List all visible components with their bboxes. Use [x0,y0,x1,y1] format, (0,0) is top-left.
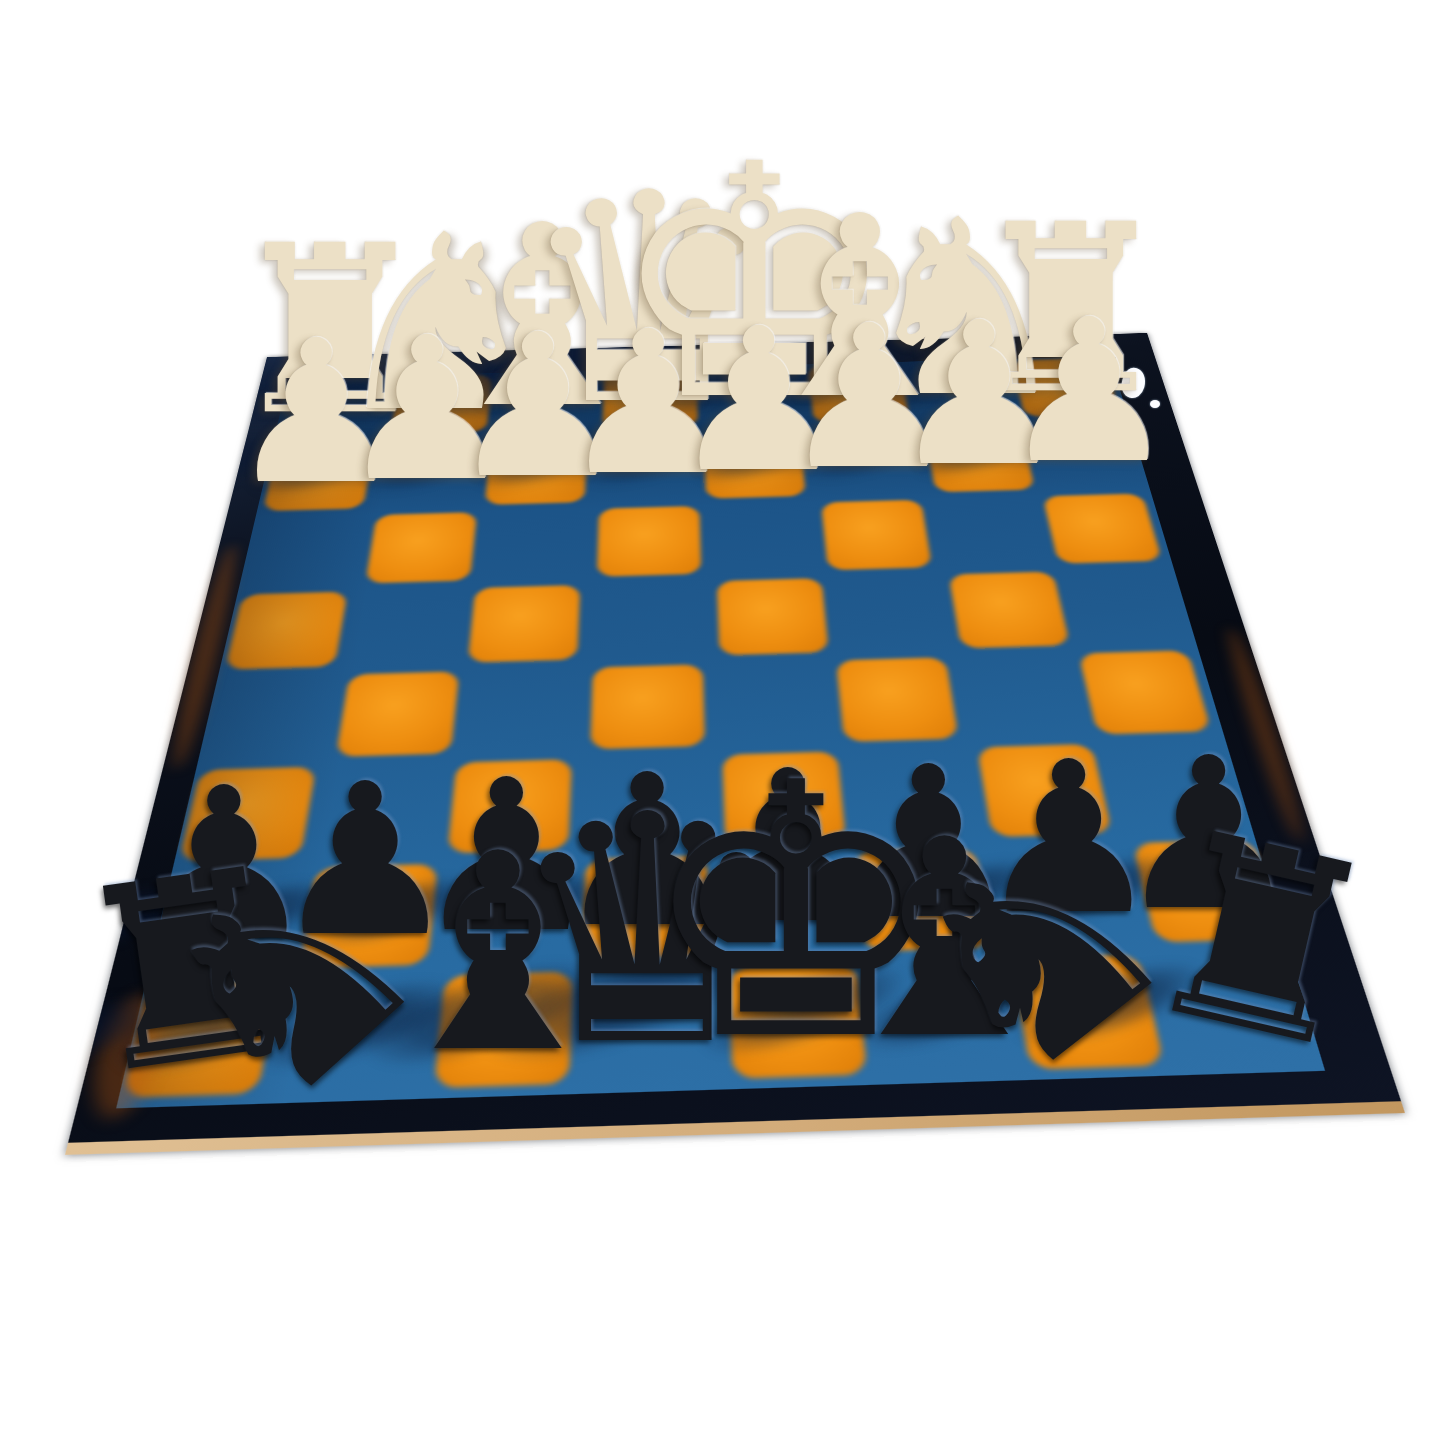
square-r3-c0 [219,586,356,673]
orange-square-paint [949,571,1071,648]
square-r3-c4 [706,573,831,659]
square-r3-c3 [587,576,709,663]
orange-square-paint [225,592,348,670]
orange-square-paint [717,578,829,655]
square-r3-c2 [464,580,589,667]
orange-square-paint [468,585,581,663]
white-pawn[interactable]: ♟ [990,294,1187,491]
square-r3-c5 [823,570,953,656]
square-r3-c6 [940,567,1076,653]
square-r3-c1 [341,583,472,670]
chessboard-photo-scene: ♜♞♝♛♚♝♞♜♟♟♟♟♟♟♟♟♟♟♟♟♟♟♟♟♜♞♝♛♚♝♞♜ [0,0,1445,1445]
square-r3-c7 [1056,563,1197,649]
